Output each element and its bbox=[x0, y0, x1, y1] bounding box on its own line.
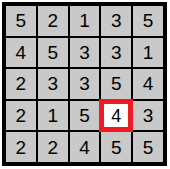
grid-cell[interactable]: 5 bbox=[70, 101, 100, 131]
grid-cell[interactable]: 5 bbox=[6, 6, 36, 36]
grid-cell[interactable]: 1 bbox=[38, 101, 68, 131]
grid-cell[interactable]: 5 bbox=[133, 132, 163, 162]
grid-cell[interactable]: 5 bbox=[133, 6, 163, 36]
selected-cell[interactable]: 4 bbox=[101, 101, 131, 131]
puzzle-board: 5213545331233542154322455 bbox=[2, 2, 167, 166]
grid-cell[interactable]: 2 bbox=[38, 132, 68, 162]
grid-cell[interactable]: 1 bbox=[70, 6, 100, 36]
grid-cell[interactable]: 2 bbox=[6, 132, 36, 162]
grid-cell[interactable]: 3 bbox=[101, 38, 131, 68]
grid-cell[interactable]: 3 bbox=[38, 69, 68, 99]
grid-cell[interactable]: 3 bbox=[101, 6, 131, 36]
grid-cell[interactable]: 2 bbox=[6, 101, 36, 131]
grid-cell[interactable]: 2 bbox=[38, 6, 68, 36]
grid-cell[interactable]: 4 bbox=[6, 38, 36, 68]
grid-cell[interactable]: 5 bbox=[38, 38, 68, 68]
grid-cell[interactable]: 1 bbox=[133, 38, 163, 68]
page: { "game": "number-grid-puzzle", "positio… bbox=[0, 0, 170, 169]
grid-cell[interactable]: 4 bbox=[133, 69, 163, 99]
grid-cell[interactable]: 4 bbox=[70, 132, 100, 162]
grid-cell[interactable]: 3 bbox=[70, 69, 100, 99]
grid-cell[interactable]: 5 bbox=[101, 69, 131, 99]
grid-cell[interactable]: 2 bbox=[6, 69, 36, 99]
grid-cell[interactable]: 3 bbox=[133, 101, 163, 131]
grid-cell[interactable]: 3 bbox=[70, 38, 100, 68]
grid-cell[interactable]: 5 bbox=[101, 132, 131, 162]
